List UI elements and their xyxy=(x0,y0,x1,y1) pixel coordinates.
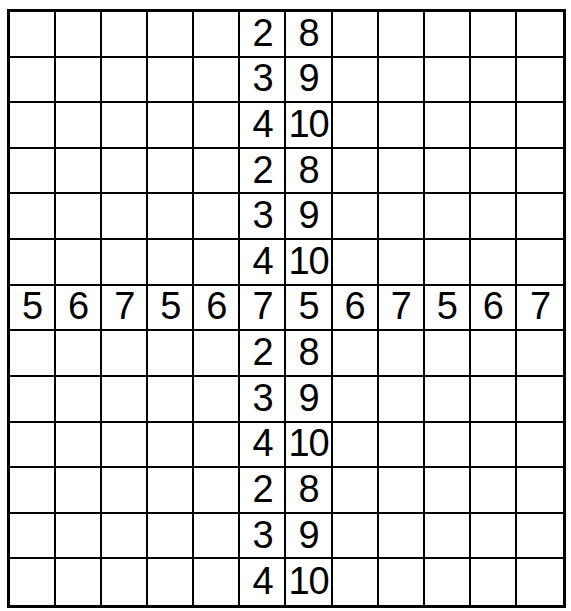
cell-r6c11 xyxy=(471,240,517,286)
cell-r5c6: 3 xyxy=(240,194,286,240)
cell-r5c4 xyxy=(148,194,194,240)
cell-r1c1 xyxy=(10,12,56,58)
cell-r11c4 xyxy=(148,468,194,514)
cell-r3c4 xyxy=(148,103,194,149)
cell-r13c12 xyxy=(517,559,563,605)
cell-r1c5 xyxy=(194,12,240,58)
cell-r13c6: 4 xyxy=(240,559,286,605)
worksheet-page: 2839410283941056756756756728394102839410 xyxy=(0,0,571,611)
cell-r7c3: 7 xyxy=(102,286,148,332)
cell-r6c12 xyxy=(517,240,563,286)
cell-value: 9 xyxy=(298,516,318,554)
cell-value: 7 xyxy=(114,287,134,325)
cell-r12c3 xyxy=(102,514,148,560)
cell-r5c10 xyxy=(425,194,471,240)
cell-r1c8 xyxy=(333,12,379,58)
cell-r3c1 xyxy=(10,103,56,149)
cell-r13c7: 10 xyxy=(286,559,332,605)
cell-r10c9 xyxy=(379,423,425,469)
cell-r13c2 xyxy=(56,559,102,605)
cell-value: 10 xyxy=(288,562,328,600)
cell-r9c5 xyxy=(194,377,240,423)
cell-r10c1 xyxy=(10,423,56,469)
cell-r2c4 xyxy=(148,58,194,104)
cell-r4c1 xyxy=(10,149,56,195)
cell-r11c12 xyxy=(517,468,563,514)
cell-r3c11 xyxy=(471,103,517,149)
cell-r5c9 xyxy=(379,194,425,240)
cell-r12c1 xyxy=(10,514,56,560)
cell-r9c2 xyxy=(56,377,102,423)
cell-r8c12 xyxy=(517,331,563,377)
cell-r3c10 xyxy=(425,103,471,149)
cell-r5c5 xyxy=(194,194,240,240)
cell-r2c7: 9 xyxy=(286,58,332,104)
cell-r8c9 xyxy=(379,331,425,377)
cell-value: 6 xyxy=(206,287,226,325)
cell-r10c4 xyxy=(148,423,194,469)
cell-r4c9 xyxy=(379,149,425,195)
cell-r12c9 xyxy=(379,514,425,560)
cell-r12c7: 9 xyxy=(286,514,332,560)
cell-r8c8 xyxy=(333,331,379,377)
cell-r9c7: 9 xyxy=(286,377,332,423)
cell-r4c4 xyxy=(148,149,194,195)
cell-r7c1: 5 xyxy=(10,286,56,332)
cell-r2c11 xyxy=(471,58,517,104)
cell-r9c10 xyxy=(425,377,471,423)
cell-value: 7 xyxy=(391,287,411,325)
cell-value: 10 xyxy=(288,242,328,280)
cell-r1c9 xyxy=(379,12,425,58)
cell-value: 2 xyxy=(252,14,272,52)
cell-value: 4 xyxy=(252,105,272,143)
cell-r2c10 xyxy=(425,58,471,104)
cell-r8c3 xyxy=(102,331,148,377)
cell-value: 9 xyxy=(298,196,318,234)
cell-r7c5: 6 xyxy=(194,286,240,332)
cell-r2c8 xyxy=(333,58,379,104)
cell-r8c1 xyxy=(10,331,56,377)
cell-r3c2 xyxy=(56,103,102,149)
cell-value: 5 xyxy=(160,287,180,325)
cell-r1c4 xyxy=(148,12,194,58)
cell-r4c10 xyxy=(425,149,471,195)
cell-r4c11 xyxy=(471,149,517,195)
cell-r11c1 xyxy=(10,468,56,514)
cell-r9c1 xyxy=(10,377,56,423)
cell-r4c5 xyxy=(194,149,240,195)
cell-r7c6: 7 xyxy=(240,286,286,332)
cell-value: 3 xyxy=(252,516,272,554)
cell-r1c2 xyxy=(56,12,102,58)
cell-r6c7: 10 xyxy=(286,240,332,286)
cell-r5c11 xyxy=(471,194,517,240)
cell-r4c6: 2 xyxy=(240,149,286,195)
cell-r4c12 xyxy=(517,149,563,195)
cell-r2c12 xyxy=(517,58,563,104)
cell-value: 5 xyxy=(437,287,457,325)
cell-r6c10 xyxy=(425,240,471,286)
cell-r9c11 xyxy=(471,377,517,423)
cell-r8c10 xyxy=(425,331,471,377)
cell-r4c2 xyxy=(56,149,102,195)
cell-value: 6 xyxy=(68,287,88,325)
cell-value: 3 xyxy=(252,196,272,234)
cell-r7c10: 5 xyxy=(425,286,471,332)
cell-value: 8 xyxy=(298,14,318,52)
cell-r7c12: 7 xyxy=(517,286,563,332)
cell-r11c10 xyxy=(425,468,471,514)
cell-value: 9 xyxy=(298,59,318,97)
cell-r8c2 xyxy=(56,331,102,377)
cell-r3c7: 10 xyxy=(286,103,332,149)
cell-r6c1 xyxy=(10,240,56,286)
cell-r11c3 xyxy=(102,468,148,514)
cell-r3c12 xyxy=(517,103,563,149)
cell-r5c2 xyxy=(56,194,102,240)
cell-value: 4 xyxy=(252,242,272,280)
cell-value: 2 xyxy=(252,151,272,189)
cell-r8c6: 2 xyxy=(240,331,286,377)
cell-r9c3 xyxy=(102,377,148,423)
cell-value: 8 xyxy=(298,151,318,189)
cell-value: 6 xyxy=(483,287,503,325)
cell-value: 10 xyxy=(288,424,328,462)
cell-r11c5 xyxy=(194,468,240,514)
cell-r1c7: 8 xyxy=(286,12,332,58)
cell-r8c11 xyxy=(471,331,517,377)
cell-value: 7 xyxy=(530,287,550,325)
cell-r12c12 xyxy=(517,514,563,560)
cell-value: 2 xyxy=(252,333,272,371)
cell-r3c3 xyxy=(102,103,148,149)
cell-r13c9 xyxy=(379,559,425,605)
cell-r11c6: 2 xyxy=(240,468,286,514)
cell-r2c6: 3 xyxy=(240,58,286,104)
cell-value: 2 xyxy=(252,470,272,508)
cell-r1c11 xyxy=(471,12,517,58)
cell-r12c8 xyxy=(333,514,379,560)
cell-r11c11 xyxy=(471,468,517,514)
cell-r13c5 xyxy=(194,559,240,605)
cell-r6c3 xyxy=(102,240,148,286)
cell-r7c11: 6 xyxy=(471,286,517,332)
cell-r12c5 xyxy=(194,514,240,560)
cell-r13c4 xyxy=(148,559,194,605)
cell-value: 3 xyxy=(252,379,272,417)
cell-r13c3 xyxy=(102,559,148,605)
cell-r10c12 xyxy=(517,423,563,469)
cell-r3c5 xyxy=(194,103,240,149)
cell-r11c8 xyxy=(333,468,379,514)
cell-r10c8 xyxy=(333,423,379,469)
cell-r13c11 xyxy=(471,559,517,605)
cell-r6c9 xyxy=(379,240,425,286)
cell-r7c4: 5 xyxy=(148,286,194,332)
cell-r1c10 xyxy=(425,12,471,58)
cell-value: 8 xyxy=(298,470,318,508)
cell-r13c8 xyxy=(333,559,379,605)
cell-r12c2 xyxy=(56,514,102,560)
cell-r12c10 xyxy=(425,514,471,560)
cell-value: 7 xyxy=(252,287,272,325)
cell-value: 4 xyxy=(252,562,272,600)
cell-r12c4 xyxy=(148,514,194,560)
cell-r6c2 xyxy=(56,240,102,286)
cell-value: 4 xyxy=(252,424,272,462)
cell-r10c5 xyxy=(194,423,240,469)
cell-r2c9 xyxy=(379,58,425,104)
cell-r9c6: 3 xyxy=(240,377,286,423)
cell-r4c3 xyxy=(102,149,148,195)
cell-r3c6: 4 xyxy=(240,103,286,149)
cell-r13c1 xyxy=(10,559,56,605)
cell-value: 8 xyxy=(298,333,318,371)
cell-r8c7: 8 xyxy=(286,331,332,377)
cell-r6c5 xyxy=(194,240,240,286)
puzzle-grid: 2839410283941056756756756728394102839410 xyxy=(7,9,566,608)
cell-r10c6: 4 xyxy=(240,423,286,469)
cell-value: 3 xyxy=(252,59,272,97)
cell-r7c7: 5 xyxy=(286,286,332,332)
cell-r2c5 xyxy=(194,58,240,104)
cell-r10c10 xyxy=(425,423,471,469)
cell-value: 9 xyxy=(298,379,318,417)
cell-r5c1 xyxy=(10,194,56,240)
cell-r8c4 xyxy=(148,331,194,377)
cell-r10c2 xyxy=(56,423,102,469)
cell-r2c1 xyxy=(10,58,56,104)
cell-r9c9 xyxy=(379,377,425,423)
cell-r9c8 xyxy=(333,377,379,423)
cell-value: 5 xyxy=(22,287,42,325)
cell-r7c8: 6 xyxy=(333,286,379,332)
cell-r9c4 xyxy=(148,377,194,423)
cell-r10c11 xyxy=(471,423,517,469)
cell-r11c7: 8 xyxy=(286,468,332,514)
cell-r5c12 xyxy=(517,194,563,240)
cell-r7c2: 6 xyxy=(56,286,102,332)
cell-r3c8 xyxy=(333,103,379,149)
cell-r10c3 xyxy=(102,423,148,469)
cell-r9c12 xyxy=(517,377,563,423)
cell-r12c6: 3 xyxy=(240,514,286,560)
cell-r11c9 xyxy=(379,468,425,514)
cell-r3c9 xyxy=(379,103,425,149)
cell-r6c8 xyxy=(333,240,379,286)
cell-r5c8 xyxy=(333,194,379,240)
cell-r2c3 xyxy=(102,58,148,104)
cell-value: 10 xyxy=(288,105,328,143)
cell-r5c3 xyxy=(102,194,148,240)
cell-r6c4 xyxy=(148,240,194,286)
cell-r1c3 xyxy=(102,12,148,58)
cell-r8c5 xyxy=(194,331,240,377)
cell-value: 6 xyxy=(345,287,365,325)
cell-r1c12 xyxy=(517,12,563,58)
cell-r4c7: 8 xyxy=(286,149,332,195)
cell-r11c2 xyxy=(56,468,102,514)
cell-r13c10 xyxy=(425,559,471,605)
cell-r10c7: 10 xyxy=(286,423,332,469)
cell-r2c2 xyxy=(56,58,102,104)
cell-r7c9: 7 xyxy=(379,286,425,332)
cell-r4c8 xyxy=(333,149,379,195)
cell-r12c11 xyxy=(471,514,517,560)
cell-r6c6: 4 xyxy=(240,240,286,286)
cell-r5c7: 9 xyxy=(286,194,332,240)
cell-r1c6: 2 xyxy=(240,12,286,58)
cell-value: 5 xyxy=(298,287,318,325)
